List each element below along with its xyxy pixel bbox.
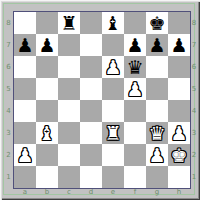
board-frame: 87654321 87654321 abcdefgh ♜♝♚♟♟♟♟♟♟♛♟♝♜… — [0, 0, 200, 200]
square-f3[interactable] — [124, 122, 146, 144]
square-g7[interactable]: ♟ — [146, 34, 168, 56]
black-pawn-piece[interactable]: ♟ — [148, 34, 165, 56]
rank-label: 6 — [191, 56, 197, 78]
rank-label: 4 — [191, 100, 197, 122]
square-e3[interactable]: ♜ — [102, 122, 124, 144]
square-c3[interactable] — [58, 122, 80, 144]
square-a1[interactable] — [14, 166, 36, 188]
square-b2[interactable] — [36, 144, 58, 166]
rank-label: 1 — [4, 166, 13, 188]
black-rook-piece[interactable]: ♜ — [60, 12, 77, 34]
rank-label: 3 — [4, 122, 13, 144]
square-g6[interactable] — [146, 56, 168, 78]
file-label: e — [102, 188, 124, 196]
square-b6[interactable] — [36, 56, 58, 78]
square-a3[interactable] — [14, 122, 36, 144]
file-label: f — [124, 188, 146, 196]
square-e8[interactable]: ♝ — [102, 12, 124, 34]
square-g8[interactable]: ♚ — [146, 12, 168, 34]
chess-board: ♜♝♚♟♟♟♟♟♟♛♟♝♜♛♟♟♟♚ — [13, 11, 191, 189]
black-bishop-piece[interactable]: ♝ — [104, 12, 121, 34]
rank-label: 8 — [191, 12, 197, 34]
square-f4[interactable] — [124, 100, 146, 122]
square-f6[interactable]: ♛ — [124, 56, 146, 78]
white-queen-piece[interactable]: ♛ — [148, 122, 165, 144]
rank-label: 7 — [191, 34, 197, 56]
square-b4[interactable] — [36, 100, 58, 122]
square-h3[interactable]: ♟ — [168, 122, 190, 144]
square-b1[interactable] — [36, 166, 58, 188]
square-b3[interactable]: ♝ — [36, 122, 58, 144]
square-h8[interactable] — [168, 12, 190, 34]
square-f7[interactable]: ♟ — [124, 34, 146, 56]
square-b8[interactable] — [36, 12, 58, 34]
square-a8[interactable] — [14, 12, 36, 34]
square-b7[interactable]: ♟ — [36, 34, 58, 56]
square-c4[interactable] — [58, 100, 80, 122]
black-queen-piece[interactable]: ♛ — [126, 56, 143, 78]
square-e6[interactable]: ♟ — [102, 56, 124, 78]
square-g1[interactable] — [146, 166, 168, 188]
file-label: h — [168, 188, 190, 196]
square-h7[interactable]: ♟ — [168, 34, 190, 56]
rank-label: 2 — [4, 144, 13, 166]
white-rook-piece[interactable]: ♜ — [104, 122, 121, 144]
white-pawn-piece[interactable]: ♟ — [126, 78, 143, 100]
square-b5[interactable] — [36, 78, 58, 100]
square-g2[interactable]: ♟ — [146, 144, 168, 166]
black-pawn-piece[interactable]: ♟ — [16, 34, 33, 56]
square-g4[interactable] — [146, 100, 168, 122]
square-h6[interactable] — [168, 56, 190, 78]
square-c2[interactable] — [58, 144, 80, 166]
square-c7[interactable] — [58, 34, 80, 56]
square-f8[interactable] — [124, 12, 146, 34]
square-c5[interactable] — [58, 78, 80, 100]
square-c6[interactable] — [58, 56, 80, 78]
white-pawn-piece[interactable]: ♟ — [104, 56, 121, 78]
square-e7[interactable] — [102, 34, 124, 56]
black-pawn-piece[interactable]: ♟ — [170, 34, 187, 56]
square-d4[interactable] — [80, 100, 102, 122]
rank-label: 3 — [191, 122, 197, 144]
square-c8[interactable]: ♜ — [58, 12, 80, 34]
square-d2[interactable] — [80, 144, 102, 166]
square-a2[interactable]: ♟ — [14, 144, 36, 166]
square-d1[interactable] — [80, 166, 102, 188]
square-a6[interactable] — [14, 56, 36, 78]
square-e4[interactable] — [102, 100, 124, 122]
square-d8[interactable] — [80, 12, 102, 34]
square-f1[interactable] — [124, 166, 146, 188]
square-h5[interactable] — [168, 78, 190, 100]
square-a5[interactable] — [14, 78, 36, 100]
square-d6[interactable] — [80, 56, 102, 78]
square-d3[interactable] — [80, 122, 102, 144]
black-pawn-piece[interactable]: ♟ — [126, 34, 143, 56]
rank-label: 2 — [191, 144, 197, 166]
square-f2[interactable] — [124, 144, 146, 166]
rank-labels-left: 87654321 — [4, 12, 13, 188]
square-g5[interactable] — [146, 78, 168, 100]
rank-label: 7 — [4, 34, 13, 56]
square-h2[interactable]: ♚ — [168, 144, 190, 166]
file-label: c — [58, 188, 80, 196]
black-king-piece[interactable]: ♚ — [148, 12, 165, 34]
rank-label: 6 — [4, 56, 13, 78]
square-g3[interactable]: ♛ — [146, 122, 168, 144]
rank-label: 5 — [191, 78, 197, 100]
file-label: a — [14, 188, 36, 196]
square-e5[interactable] — [102, 78, 124, 100]
rank-label: 4 — [4, 100, 13, 122]
white-pawn-piece[interactable]: ♟ — [148, 144, 165, 166]
black-pawn-piece[interactable]: ♟ — [38, 34, 55, 56]
square-c1[interactable] — [58, 166, 80, 188]
square-d5[interactable] — [80, 78, 102, 100]
white-bishop-piece[interactable]: ♝ — [38, 122, 55, 144]
square-h4[interactable] — [168, 100, 190, 122]
white-pawn-piece[interactable]: ♟ — [170, 122, 187, 144]
square-d7[interactable] — [80, 34, 102, 56]
file-label: g — [146, 188, 168, 196]
square-e1[interactable] — [102, 166, 124, 188]
rank-label: 5 — [4, 78, 13, 100]
file-labels-bottom: abcdefgh — [14, 188, 190, 196]
square-h1[interactable] — [168, 166, 190, 188]
square-a4[interactable] — [14, 100, 36, 122]
square-f5[interactable]: ♟ — [124, 78, 146, 100]
rank-label: 8 — [4, 12, 13, 34]
file-label: d — [80, 188, 102, 196]
rank-label: 1 — [191, 166, 197, 188]
rank-labels-right: 87654321 — [191, 12, 197, 188]
white-pawn-piece[interactable]: ♟ — [16, 144, 33, 166]
square-a7[interactable]: ♟ — [14, 34, 36, 56]
square-e2[interactable] — [102, 144, 124, 166]
file-label: b — [36, 188, 58, 196]
white-king-piece[interactable]: ♚ — [170, 144, 187, 166]
